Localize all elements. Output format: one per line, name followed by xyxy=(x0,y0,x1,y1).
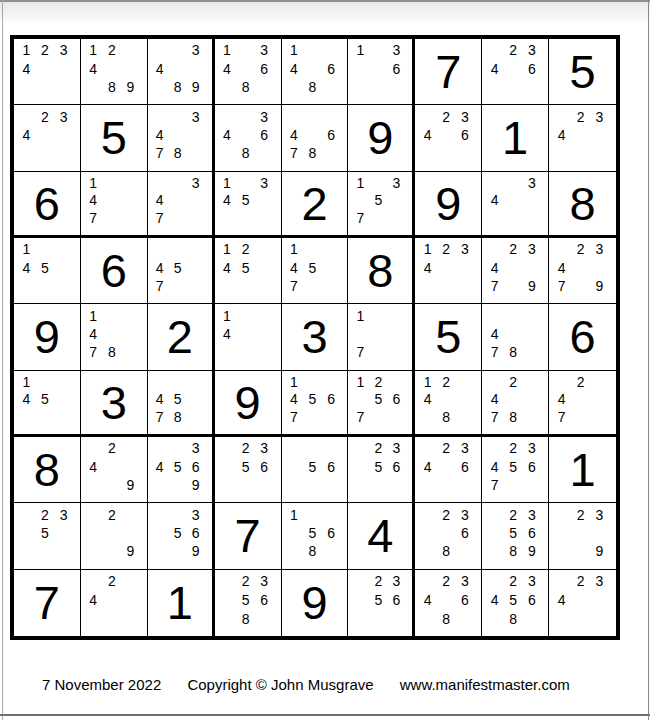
candidate-empty xyxy=(303,126,322,144)
candidate-empty xyxy=(218,144,237,162)
candidate-empty xyxy=(522,390,541,408)
candidate-digit: 2 xyxy=(437,505,456,523)
candidate-digit: 6 xyxy=(522,590,541,609)
candidate-empty xyxy=(590,590,609,609)
cell-r3c8[interactable]: 34 xyxy=(482,172,549,238)
candidate-grid: 2356 xyxy=(351,572,405,628)
candidate-empty xyxy=(255,343,274,361)
candidate-empty xyxy=(303,505,322,523)
cell-r8c9[interactable]: 239 xyxy=(549,503,616,569)
candidate-empty xyxy=(84,505,103,523)
cell-r7c2[interactable]: 249 xyxy=(81,437,148,503)
candidate-digit: 7 xyxy=(285,277,304,295)
candidate-digit: 2 xyxy=(236,240,255,258)
candidate-digit: 4 xyxy=(418,590,437,609)
cell-r5c1[interactable]: 9 xyxy=(14,304,81,370)
candidate-digit: 7 xyxy=(552,408,571,426)
cell-r1c6[interactable]: 136 xyxy=(348,39,415,105)
candidate-empty xyxy=(218,457,237,475)
candidate-digit: 2 xyxy=(369,439,387,457)
candidate-empty xyxy=(552,542,571,560)
candidate-empty xyxy=(369,408,387,426)
candidate-digit: 4 xyxy=(151,390,169,408)
candidate-digit: 6 xyxy=(387,590,405,609)
candidate-empty xyxy=(437,144,456,162)
candidate-empty xyxy=(84,78,103,96)
candidate-digit: 1 xyxy=(285,505,304,523)
candidate-empty xyxy=(17,505,36,523)
candidate-empty xyxy=(571,590,590,609)
cell-r7c6[interactable]: 2356 xyxy=(348,437,415,503)
candidate-digit: 3 xyxy=(54,41,73,59)
candidate-digit: 4 xyxy=(151,126,169,144)
candidate-digit: 3 xyxy=(522,572,541,591)
candidate-empty xyxy=(121,191,140,209)
candidate-empty xyxy=(552,240,571,258)
cell-r1c4[interactable]: 13468 xyxy=(215,39,282,105)
cell-r3c7[interactable]: 9 xyxy=(415,172,482,238)
candidate-empty xyxy=(151,524,169,542)
solved-digit: 6 xyxy=(81,238,147,303)
candidate-digit: 6 xyxy=(187,457,205,475)
cell-r9c7[interactable]: 23468 xyxy=(415,570,482,636)
candidate-empty xyxy=(418,542,437,560)
candidate-empty xyxy=(121,41,140,59)
candidate-grid: 1357 xyxy=(351,174,405,227)
cell-r2c4[interactable]: 3468 xyxy=(215,105,282,171)
cell-r7c4[interactable]: 2356 xyxy=(215,437,282,503)
candidate-empty xyxy=(84,439,103,457)
candidate-empty xyxy=(121,609,140,628)
candidate-empty xyxy=(121,505,140,523)
candidate-empty xyxy=(485,240,504,258)
candidate-digit: 6 xyxy=(522,59,541,77)
candidate-digit: 3 xyxy=(255,572,274,591)
candidate-empty xyxy=(369,609,387,628)
candidate-empty xyxy=(218,609,237,628)
candidate-empty xyxy=(36,373,55,391)
cell-r4c3[interactable]: 457 xyxy=(148,238,215,304)
candidate-grid: 13468 xyxy=(218,41,274,96)
cell-r7c3[interactable]: 34569 xyxy=(148,437,215,503)
candidate-empty xyxy=(151,174,169,192)
candidate-digit: 4 xyxy=(84,457,103,475)
cell-r9c5[interactable]: 9 xyxy=(282,570,349,636)
candidate-grid: 249 xyxy=(84,439,140,494)
cell-r6c5[interactable]: 14567 xyxy=(282,371,349,437)
candidate-grid: 23468 xyxy=(418,572,474,628)
candidate-empty xyxy=(84,542,103,560)
candidate-empty xyxy=(236,41,255,59)
cell-r4c6[interactable]: 8 xyxy=(348,238,415,304)
solved-digit: 8 xyxy=(549,172,616,235)
candidate-empty xyxy=(456,144,475,162)
candidate-digit: 3 xyxy=(456,240,475,258)
candidate-empty xyxy=(218,78,237,96)
cell-r1c1[interactable]: 1234 xyxy=(14,39,81,105)
candidate-digit: 4 xyxy=(418,390,437,408)
candidate-empty xyxy=(84,572,103,591)
solved-digit: 7 xyxy=(14,570,80,636)
candidate-empty xyxy=(322,542,341,560)
cell-r4c9[interactable]: 23479 xyxy=(549,238,616,304)
solved-digit: 2 xyxy=(282,172,348,235)
candidate-digit: 8 xyxy=(504,408,523,426)
candidate-empty xyxy=(322,78,341,96)
candidate-digit: 7 xyxy=(285,408,304,426)
candidate-grid: 145 xyxy=(17,240,73,295)
cell-r4c5[interactable]: 1457 xyxy=(282,238,349,304)
cell-r8c1[interactable]: 235 xyxy=(14,503,81,569)
candidate-digit: 1 xyxy=(351,41,369,59)
cell-r6c3[interactable]: 4578 xyxy=(148,371,215,437)
candidate-digit: 3 xyxy=(522,439,541,457)
cell-r2c1[interactable]: 234 xyxy=(14,105,81,171)
candidate-digit: 6 xyxy=(322,126,341,144)
candidate-empty xyxy=(437,390,456,408)
cell-r7c5[interactable]: 56 xyxy=(282,437,349,503)
cell-r1c2[interactable]: 12489 xyxy=(81,39,148,105)
cell-r5c4[interactable]: 14 xyxy=(215,304,282,370)
cell-r3c3[interactable]: 347 xyxy=(148,172,215,238)
candidate-digit: 4 xyxy=(485,258,504,276)
candidate-digit: 5 xyxy=(303,457,322,475)
candidate-empty xyxy=(322,373,341,391)
cell-r2c8[interactable]: 1 xyxy=(482,105,549,171)
candidate-empty xyxy=(236,174,255,192)
cell-r9c8[interactable]: 234568 xyxy=(482,570,549,636)
candidate-grid: 235 xyxy=(17,505,73,560)
candidate-digit: 1 xyxy=(418,240,437,258)
candidate-digit: 8 xyxy=(236,609,255,628)
cell-r9c3[interactable]: 1 xyxy=(148,570,215,636)
candidate-grid: 1478 xyxy=(84,306,140,361)
candidate-empty xyxy=(36,59,55,77)
solved-digit: 1 xyxy=(148,570,212,636)
candidate-empty xyxy=(17,408,36,426)
page-edge-bottom xyxy=(0,714,650,716)
candidate-empty xyxy=(303,439,322,457)
cell-r8c5[interactable]: 1568 xyxy=(282,503,349,569)
candidate-empty xyxy=(522,609,541,628)
candidate-empty xyxy=(485,439,504,457)
cell-r6c2[interactable]: 3 xyxy=(81,371,148,437)
cell-r6c8[interactable]: 2478 xyxy=(482,371,549,437)
candidate-digit: 7 xyxy=(351,343,369,361)
candidate-digit: 6 xyxy=(387,59,405,77)
candidate-empty xyxy=(17,107,36,125)
candidate-empty xyxy=(54,277,73,295)
candidate-digit: 9 xyxy=(522,542,541,560)
cell-r8c7[interactable]: 2368 xyxy=(415,503,482,569)
candidate-digit: 5 xyxy=(169,524,187,542)
cell-r3c2[interactable]: 147 xyxy=(81,172,148,238)
candidate-digit: 3 xyxy=(590,572,609,591)
cell-r5c8[interactable]: 478 xyxy=(482,304,549,370)
candidate-empty xyxy=(151,107,169,125)
candidate-digit: 7 xyxy=(485,408,504,426)
candidate-empty xyxy=(236,277,255,295)
cell-r8c3[interactable]: 3569 xyxy=(148,503,215,569)
cell-r1c7[interactable]: 7 xyxy=(415,39,482,105)
candidate-digit: 5 xyxy=(303,258,322,276)
candidate-digit: 4 xyxy=(17,59,36,77)
cell-r3c9[interactable]: 8 xyxy=(549,172,616,238)
candidate-grid: 4578 xyxy=(151,373,205,426)
candidate-grid: 1245 xyxy=(218,240,274,295)
candidate-empty xyxy=(522,343,541,361)
candidate-digit: 9 xyxy=(522,277,541,295)
page-top-band xyxy=(0,0,650,22)
candidate-empty xyxy=(151,505,169,523)
candidate-grid: 3569 xyxy=(151,505,205,560)
candidate-empty xyxy=(552,107,571,125)
candidate-digit: 7 xyxy=(552,277,571,295)
candidate-empty xyxy=(255,209,274,227)
cell-r6c4[interactable]: 9 xyxy=(215,371,282,437)
cell-r4c2[interactable]: 6 xyxy=(81,238,148,304)
cell-r9c4[interactable]: 23568 xyxy=(215,570,282,636)
cell-r1c8[interactable]: 2346 xyxy=(482,39,549,105)
candidate-empty xyxy=(552,572,571,591)
candidate-empty xyxy=(103,174,122,192)
candidate-empty xyxy=(369,209,387,227)
candidate-grid: 2368 xyxy=(418,505,474,560)
cell-r4c7[interactable]: 1234 xyxy=(415,238,482,304)
cell-r8c8[interactable]: 235689 xyxy=(482,503,549,569)
candidate-empty xyxy=(522,408,541,426)
candidate-empty xyxy=(169,505,187,523)
candidate-digit: 3 xyxy=(456,107,475,125)
candidate-grid: 247 xyxy=(552,373,609,426)
candidate-digit: 1 xyxy=(351,174,369,192)
solved-digit: 9 xyxy=(348,105,412,170)
candidate-empty xyxy=(504,209,523,227)
candidate-empty xyxy=(418,572,437,591)
candidate-digit: 5 xyxy=(369,390,387,408)
cell-r3c4[interactable]: 1345 xyxy=(215,172,282,238)
footer-website: www.manifestmaster.com xyxy=(400,676,570,693)
candidate-digit: 1 xyxy=(84,306,103,324)
candidate-grid: 1457 xyxy=(285,240,341,295)
cell-r4c8[interactable]: 23479 xyxy=(482,238,549,304)
candidate-empty xyxy=(54,408,73,426)
candidate-digit: 4 xyxy=(151,457,169,475)
candidate-digit: 2 xyxy=(504,572,523,591)
candidate-empty xyxy=(303,373,322,391)
candidate-empty xyxy=(151,41,169,59)
candidate-digit: 9 xyxy=(187,476,205,494)
candidate-empty xyxy=(236,343,255,361)
cell-r3c6[interactable]: 1357 xyxy=(348,172,415,238)
candidate-empty xyxy=(169,174,187,192)
candidate-grid: 24 xyxy=(84,572,140,628)
cell-r1c3[interactable]: 3489 xyxy=(148,39,215,105)
candidate-digit: 3 xyxy=(522,240,541,258)
cell-r3c5[interactable]: 2 xyxy=(282,172,349,238)
candidate-empty xyxy=(54,144,73,162)
candidate-digit: 4 xyxy=(151,59,169,77)
candidate-digit: 4 xyxy=(84,590,103,609)
cell-r9c6[interactable]: 2356 xyxy=(348,570,415,636)
candidate-empty xyxy=(485,524,504,542)
candidate-empty xyxy=(169,277,187,295)
candidate-empty xyxy=(169,373,187,391)
cell-r9c1[interactable]: 7 xyxy=(14,570,81,636)
cell-r5c2[interactable]: 1478 xyxy=(81,304,148,370)
candidate-empty xyxy=(590,524,609,542)
solved-digit: 1 xyxy=(549,437,616,502)
candidate-digit: 5 xyxy=(236,590,255,609)
candidate-empty xyxy=(285,524,304,542)
candidate-digit: 3 xyxy=(387,572,405,591)
candidate-digit: 4 xyxy=(552,590,571,609)
cell-r7c8[interactable]: 234567 xyxy=(482,437,549,503)
cell-r2c6[interactable]: 9 xyxy=(348,105,415,171)
candidate-digit: 2 xyxy=(437,439,456,457)
candidate-empty xyxy=(169,209,187,227)
candidate-digit: 2 xyxy=(369,373,387,391)
candidate-digit: 3 xyxy=(187,505,205,523)
cell-r5c6[interactable]: 17 xyxy=(348,304,415,370)
candidate-digit: 2 xyxy=(236,439,255,457)
candidate-empty xyxy=(218,476,237,494)
cell-r9c2[interactable]: 24 xyxy=(81,570,148,636)
candidate-empty xyxy=(522,258,541,276)
candidate-empty xyxy=(504,325,523,343)
footer: 7 November 2022 Copyright © John Musgrav… xyxy=(42,676,570,693)
cell-r5c9[interactable]: 6 xyxy=(549,304,616,370)
candidate-empty xyxy=(285,439,304,457)
candidate-empty xyxy=(54,390,73,408)
solved-digit: 9 xyxy=(282,570,348,636)
cell-r3c1[interactable]: 6 xyxy=(14,172,81,238)
candidate-digit: 8 xyxy=(236,144,255,162)
candidate-empty xyxy=(418,408,437,426)
candidate-grid: 1568 xyxy=(285,505,341,560)
page: 1234124893489134681468136723465234534783… xyxy=(0,0,650,720)
candidate-empty xyxy=(387,476,405,494)
cell-r7c9[interactable]: 1 xyxy=(549,437,616,503)
candidate-empty xyxy=(285,542,304,560)
candidate-digit: 8 xyxy=(504,609,523,628)
cell-r6c9[interactable]: 247 xyxy=(549,371,616,437)
candidate-empty xyxy=(571,609,590,628)
candidate-empty xyxy=(418,439,437,457)
candidate-empty xyxy=(17,542,36,560)
cell-r4c4[interactable]: 1245 xyxy=(215,238,282,304)
candidate-grid: 2356 xyxy=(351,439,405,494)
candidate-digit: 2 xyxy=(571,240,590,258)
page-edge-right xyxy=(648,0,649,720)
candidate-empty xyxy=(351,439,369,457)
candidate-digit: 8 xyxy=(236,78,255,96)
candidate-empty xyxy=(169,240,187,258)
candidate-empty xyxy=(121,524,140,542)
candidate-empty xyxy=(552,144,571,162)
cell-r8c6[interactable]: 4 xyxy=(348,503,415,569)
candidate-empty xyxy=(322,439,341,457)
solved-digit: 8 xyxy=(348,238,412,303)
cell-r2c3[interactable]: 3478 xyxy=(148,105,215,171)
candidate-digit: 4 xyxy=(285,126,304,144)
candidate-empty xyxy=(36,78,55,96)
candidate-empty xyxy=(169,476,187,494)
cell-r1c9[interactable]: 5 xyxy=(549,39,616,105)
candidate-empty xyxy=(418,476,437,494)
candidate-empty xyxy=(303,41,322,59)
cell-r2c9[interactable]: 234 xyxy=(549,105,616,171)
candidate-empty xyxy=(387,408,405,426)
candidate-digit: 2 xyxy=(36,41,55,59)
cell-r8c4[interactable]: 7 xyxy=(215,503,282,569)
candidate-grid: 1248 xyxy=(418,373,474,426)
candidate-digit: 6 xyxy=(255,59,274,77)
candidate-empty xyxy=(169,439,187,457)
candidate-empty xyxy=(485,572,504,591)
cell-r6c6[interactable]: 12567 xyxy=(348,371,415,437)
cell-r8c2[interactable]: 29 xyxy=(81,503,148,569)
candidate-empty xyxy=(522,209,541,227)
candidate-empty xyxy=(552,373,571,391)
candidate-grid: 2346 xyxy=(418,439,474,494)
cell-r5c3[interactable]: 2 xyxy=(148,304,215,370)
cell-r9c9[interactable]: 234 xyxy=(549,570,616,636)
candidate-empty xyxy=(571,542,590,560)
candidate-digit: 6 xyxy=(456,126,475,144)
candidate-digit: 7 xyxy=(151,209,169,227)
cell-r5c5[interactable]: 3 xyxy=(282,304,349,370)
candidate-digit: 1 xyxy=(17,41,36,59)
candidate-empty xyxy=(169,41,187,59)
candidate-empty xyxy=(369,306,387,324)
candidate-empty xyxy=(351,590,369,609)
candidate-digit: 6 xyxy=(322,524,341,542)
candidate-empty xyxy=(151,373,169,391)
cell-r2c5[interactable]: 4678 xyxy=(282,105,349,171)
candidate-empty xyxy=(121,590,140,609)
candidate-digit: 8 xyxy=(504,343,523,361)
cell-r5c7[interactable]: 5 xyxy=(415,304,482,370)
candidate-empty xyxy=(218,343,237,361)
cell-r7c1[interactable]: 8 xyxy=(14,437,81,503)
candidate-empty xyxy=(571,390,590,408)
candidate-digit: 5 xyxy=(36,258,55,276)
cell-r4c1[interactable]: 145 xyxy=(14,238,81,304)
candidate-empty xyxy=(218,590,237,609)
cell-r6c7[interactable]: 1248 xyxy=(415,371,482,437)
cell-r1c5[interactable]: 1468 xyxy=(282,39,349,105)
cell-r2c7[interactable]: 2346 xyxy=(415,105,482,171)
candidate-grid: 29 xyxy=(84,505,140,560)
candidate-empty xyxy=(437,524,456,542)
cell-r6c1[interactable]: 145 xyxy=(14,371,81,437)
candidate-digit: 7 xyxy=(485,277,504,295)
candidate-digit: 1 xyxy=(218,174,237,192)
candidate-digit: 8 xyxy=(103,78,122,96)
footer-date: 7 November 2022 xyxy=(42,676,161,693)
candidate-digit: 3 xyxy=(187,41,205,59)
candidate-digit: 5 xyxy=(169,390,187,408)
cell-r7c7[interactable]: 2346 xyxy=(415,437,482,503)
candidate-empty xyxy=(218,107,237,125)
candidate-empty xyxy=(437,476,456,494)
candidate-empty xyxy=(36,277,55,295)
cell-r2c2[interactable]: 5 xyxy=(81,105,148,171)
candidate-empty xyxy=(418,524,437,542)
candidate-empty xyxy=(103,457,122,475)
candidate-digit: 7 xyxy=(285,144,304,162)
